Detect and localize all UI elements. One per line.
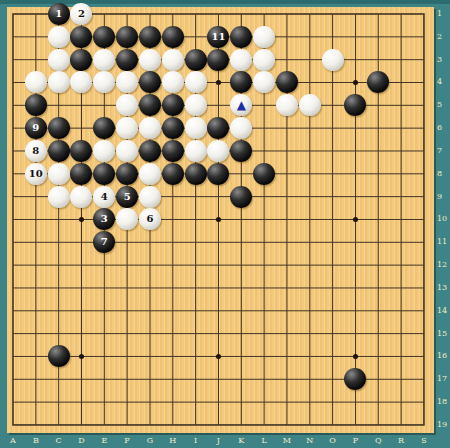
row-label-3: 3: [437, 55, 450, 64]
white-stone-E9[interactable]: 4: [93, 186, 115, 208]
col-label-M: M: [275, 436, 299, 445]
white-stone-L3[interactable]: [253, 49, 275, 71]
black-stone-K9[interactable]: [230, 186, 252, 208]
white-stone-D9[interactable]: [70, 186, 92, 208]
white-stone-G3[interactable]: [139, 49, 161, 71]
col-label-C: C: [47, 436, 71, 445]
col-label-O: O: [321, 436, 345, 445]
black-stone-I3[interactable]: [185, 49, 207, 71]
star-point-P16: [353, 354, 358, 359]
col-label-H: H: [161, 436, 185, 445]
white-stone-G8[interactable]: [139, 163, 161, 185]
black-stone-F2[interactable]: [116, 26, 138, 48]
star-point-P4: [353, 80, 358, 85]
col-label-A: A: [1, 436, 25, 445]
white-stone-C4[interactable]: [48, 71, 70, 93]
black-stone-B5[interactable]: [25, 94, 47, 116]
col-label-F: F: [115, 436, 139, 445]
white-stone-G6[interactable]: [139, 117, 161, 139]
white-stone-O3[interactable]: [322, 49, 344, 71]
row-label-6: 6: [437, 123, 450, 132]
star-point-D10: [79, 217, 84, 222]
col-label-B: B: [24, 436, 48, 445]
frame-top-strip: [0, 0, 450, 4]
black-stone-I8[interactable]: [185, 163, 207, 185]
white-stone-C8[interactable]: [48, 163, 70, 185]
white-stone-C3[interactable]: [48, 49, 70, 71]
row-label-16: 16: [437, 351, 450, 360]
white-stone-C2[interactable]: [48, 26, 70, 48]
black-stone-H2[interactable]: [162, 26, 184, 48]
black-stone-F3[interactable]: [116, 49, 138, 71]
col-label-J: J: [206, 436, 230, 445]
triangle-marker-K5: ▲: [230, 94, 252, 116]
star-point-J16: [216, 354, 221, 359]
row-label-13: 13: [437, 283, 450, 292]
black-stone-F9[interactable]: 5: [116, 186, 138, 208]
white-stone-K3[interactable]: [230, 49, 252, 71]
white-stone-I5[interactable]: [185, 94, 207, 116]
col-label-S: S: [412, 436, 436, 445]
col-label-K: K: [229, 436, 253, 445]
go-board[interactable]: 1211981045367▲: [7, 7, 434, 433]
star-point-J10: [216, 217, 221, 222]
row-label-14: 14: [437, 306, 450, 315]
row-label-12: 12: [437, 260, 450, 269]
white-stone-B7[interactable]: 8: [25, 140, 47, 162]
star-point-P10: [353, 217, 358, 222]
black-stone-D3[interactable]: [70, 49, 92, 71]
row-label-17: 17: [437, 374, 450, 383]
col-label-D: D: [69, 436, 93, 445]
col-label-G: G: [138, 436, 162, 445]
row-label-2: 2: [437, 32, 450, 41]
row-label-7: 7: [437, 146, 450, 155]
black-stone-C7[interactable]: [48, 140, 70, 162]
white-stone-B8[interactable]: 10: [25, 163, 47, 185]
black-stone-C1[interactable]: 1: [48, 3, 70, 25]
row-label-18: 18: [437, 397, 450, 406]
black-stone-C16[interactable]: [48, 345, 70, 367]
white-stone-L2[interactable]: [253, 26, 275, 48]
white-stone-C9[interactable]: [48, 186, 70, 208]
white-stone-I7[interactable]: [185, 140, 207, 162]
white-stone-E3[interactable]: [93, 49, 115, 71]
go-diagram-frame: 1211981045367▲ ABCDEFGHIJKLMNOPQRS 12345…: [0, 0, 450, 448]
col-label-R: R: [389, 436, 413, 445]
col-label-I: I: [184, 436, 208, 445]
star-point-J4: [216, 80, 221, 85]
white-stone-I4[interactable]: [185, 71, 207, 93]
row-label-9: 9: [437, 192, 450, 201]
row-label-19: 19: [437, 420, 450, 429]
row-label-5: 5: [437, 100, 450, 109]
black-stone-H6[interactable]: [162, 117, 184, 139]
row-label-8: 8: [437, 169, 450, 178]
white-stone-G9[interactable]: [139, 186, 161, 208]
white-stone-N5[interactable]: [299, 94, 321, 116]
black-stone-G7[interactable]: [139, 140, 161, 162]
black-stone-L8[interactable]: [253, 163, 275, 185]
black-stone-H7[interactable]: [162, 140, 184, 162]
col-label-L: L: [252, 436, 276, 445]
row-label-4: 4: [437, 77, 450, 86]
white-stone-F7[interactable]: [116, 140, 138, 162]
row-label-10: 10: [437, 214, 450, 223]
white-stone-I6[interactable]: [185, 117, 207, 139]
black-stone-K2[interactable]: [230, 26, 252, 48]
black-stone-E8[interactable]: [93, 163, 115, 185]
white-stone-H3[interactable]: [162, 49, 184, 71]
col-label-N: N: [298, 436, 322, 445]
black-stone-C6[interactable]: [48, 117, 70, 139]
black-stone-B6[interactable]: 9: [25, 117, 47, 139]
col-label-Q: Q: [366, 436, 390, 445]
black-stone-H5[interactable]: [162, 94, 184, 116]
black-stone-H8[interactable]: [162, 163, 184, 185]
col-label-P: P: [343, 436, 367, 445]
black-stone-J3[interactable]: [207, 49, 229, 71]
row-label-15: 15: [437, 329, 450, 338]
star-point-D16: [79, 354, 84, 359]
black-stone-F8[interactable]: [116, 163, 138, 185]
black-stone-E2[interactable]: [93, 26, 115, 48]
black-stone-G2[interactable]: [139, 26, 161, 48]
col-label-E: E: [92, 436, 116, 445]
row-label-1: 1: [437, 9, 450, 18]
row-label-11: 11: [437, 237, 450, 246]
